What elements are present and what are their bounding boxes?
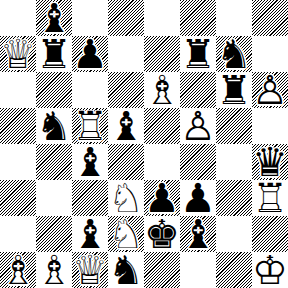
piece-halo: ♚ <box>144 216 180 252</box>
square-g2[interactable] <box>216 216 252 252</box>
square-a6[interactable] <box>0 72 36 108</box>
square-d7[interactable] <box>108 36 144 72</box>
white-rook-icon: ♖ <box>72 108 108 144</box>
square-h4[interactable]: ♛♛ <box>252 144 288 180</box>
square-e5[interactable] <box>144 108 180 144</box>
square-e2[interactable]: ♚♚ <box>144 216 180 252</box>
black-bishop-icon: ♝ <box>72 144 108 180</box>
white-bishop-icon: ♗ <box>0 252 36 288</box>
square-h2[interactable] <box>252 216 288 252</box>
piece-halo: ♟ <box>180 180 216 216</box>
square-g4[interactable] <box>216 144 252 180</box>
white-king-icon: ♔ <box>252 252 288 288</box>
square-b6[interactable] <box>36 72 72 108</box>
black-bishop-icon: ♝ <box>36 0 72 36</box>
square-b7[interactable]: ♜♜ <box>36 36 72 72</box>
square-g7[interactable]: ♞♞ <box>216 36 252 72</box>
piece-halo: ♝ <box>36 0 72 36</box>
square-f6[interactable] <box>180 72 216 108</box>
white-bishop-icon: ♗ <box>144 72 180 108</box>
black-bishop-icon: ♝ <box>180 216 216 252</box>
square-h3[interactable]: ♜♖ <box>252 180 288 216</box>
square-c6[interactable] <box>72 72 108 108</box>
white-pawn-icon: ♙ <box>252 72 288 108</box>
white-knight-icon: ♘ <box>108 180 144 216</box>
piece-halo: ♛ <box>0 36 36 72</box>
square-d8[interactable] <box>108 0 144 36</box>
black-pawn-icon: ♟ <box>180 180 216 216</box>
piece-halo: ♞ <box>36 108 72 144</box>
square-e8[interactable] <box>144 0 180 36</box>
square-c2[interactable]: ♝♝ <box>72 216 108 252</box>
square-a4[interactable] <box>0 144 36 180</box>
square-h8[interactable] <box>252 0 288 36</box>
piece-halo: ♛ <box>252 144 288 180</box>
square-e3[interactable]: ♟♟ <box>144 180 180 216</box>
square-f5[interactable]: ♟♙ <box>180 108 216 144</box>
square-g8[interactable] <box>216 0 252 36</box>
piece-halo: ♝ <box>72 216 108 252</box>
black-pawn-icon: ♟ <box>144 180 180 216</box>
piece-halo: ♝ <box>144 72 180 108</box>
square-f2[interactable]: ♝♝ <box>180 216 216 252</box>
square-b5[interactable]: ♞♞ <box>36 108 72 144</box>
white-knight-icon: ♘ <box>108 216 144 252</box>
piece-halo: ♜ <box>72 108 108 144</box>
piece-halo: ♜ <box>252 180 288 216</box>
black-knight-icon: ♞ <box>36 108 72 144</box>
square-e7[interactable] <box>144 36 180 72</box>
square-a8[interactable] <box>0 0 36 36</box>
square-d3[interactable]: ♞♘ <box>108 180 144 216</box>
piece-halo: ♟ <box>144 180 180 216</box>
square-e6[interactable]: ♝♗ <box>144 72 180 108</box>
black-knight-icon: ♞ <box>216 36 252 72</box>
piece-halo: ♟ <box>252 72 288 108</box>
square-g3[interactable] <box>216 180 252 216</box>
square-a7[interactable]: ♛♕ <box>0 36 36 72</box>
piece-halo: ♞ <box>108 216 144 252</box>
square-d4[interactable] <box>108 144 144 180</box>
white-pawn-icon: ♙ <box>180 108 216 144</box>
square-b2[interactable] <box>36 216 72 252</box>
square-c4[interactable]: ♝♝ <box>72 144 108 180</box>
square-h6[interactable]: ♟♙ <box>252 72 288 108</box>
piece-halo: ♜ <box>216 72 252 108</box>
square-b4[interactable] <box>36 144 72 180</box>
square-h5[interactable] <box>252 108 288 144</box>
square-a1[interactable]: ♝♗ <box>0 252 36 288</box>
square-c1[interactable]: ♛♕ <box>72 252 108 288</box>
piece-halo: ♛ <box>72 252 108 288</box>
white-queen-icon: ♕ <box>72 252 108 288</box>
square-b3[interactable] <box>36 180 72 216</box>
piece-halo: ♜ <box>180 36 216 72</box>
square-d5[interactable]: ♝♝ <box>108 108 144 144</box>
square-f1[interactable] <box>180 252 216 288</box>
black-rook-icon: ♜ <box>36 36 72 72</box>
piece-halo: ♟ <box>72 36 108 72</box>
white-queen-icon: ♕ <box>0 36 36 72</box>
square-g5[interactable] <box>216 108 252 144</box>
black-queen-icon: ♛ <box>252 144 288 180</box>
square-c5[interactable]: ♜♖ <box>72 108 108 144</box>
square-f3[interactable]: ♟♟ <box>180 180 216 216</box>
square-f7[interactable]: ♜♜ <box>180 36 216 72</box>
square-a3[interactable] <box>0 180 36 216</box>
square-c3[interactable] <box>72 180 108 216</box>
white-bishop-icon: ♗ <box>36 252 72 288</box>
square-f8[interactable] <box>180 0 216 36</box>
square-f4[interactable] <box>180 144 216 180</box>
black-rook-icon: ♜ <box>216 72 252 108</box>
square-b8[interactable]: ♝♝ <box>36 0 72 36</box>
square-e1[interactable] <box>144 252 180 288</box>
piece-halo: ♞ <box>108 180 144 216</box>
square-d2[interactable]: ♞♘ <box>108 216 144 252</box>
square-h7[interactable] <box>252 36 288 72</box>
piece-halo: ♝ <box>0 252 36 288</box>
black-bishop-icon: ♝ <box>72 216 108 252</box>
piece-halo: ♚ <box>252 252 288 288</box>
square-c7[interactable]: ♟♟ <box>72 36 108 72</box>
piece-halo: ♝ <box>108 108 144 144</box>
black-pawn-icon: ♟ <box>72 36 108 72</box>
black-rook-icon: ♜ <box>180 36 216 72</box>
piece-halo: ♝ <box>180 216 216 252</box>
piece-halo: ♝ <box>72 144 108 180</box>
square-g6[interactable]: ♜♜ <box>216 72 252 108</box>
piece-halo: ♜ <box>36 36 72 72</box>
black-king-icon: ♚ <box>144 216 180 252</box>
square-b1[interactable]: ♝♗ <box>36 252 72 288</box>
square-h1[interactable]: ♚♔ <box>252 252 288 288</box>
square-a5[interactable] <box>0 108 36 144</box>
square-a2[interactable] <box>0 216 36 252</box>
square-d6[interactable] <box>108 72 144 108</box>
square-d1[interactable]: ♞♞ <box>108 252 144 288</box>
piece-halo: ♝ <box>36 252 72 288</box>
square-c8[interactable] <box>72 0 108 36</box>
black-bishop-icon: ♝ <box>108 108 144 144</box>
piece-halo: ♟ <box>180 108 216 144</box>
piece-halo: ♞ <box>108 252 144 288</box>
white-rook-icon: ♖ <box>252 180 288 216</box>
square-e4[interactable] <box>144 144 180 180</box>
chess-board: ♝♝♛♕♜♜♟♟♜♜♞♞♝♗♜♜♟♙♞♞♜♖♝♝♟♙♝♝♛♛♞♘♟♟♟♟♜♖♝♝… <box>0 0 288 288</box>
square-g1[interactable] <box>216 252 252 288</box>
piece-halo: ♞ <box>216 36 252 72</box>
black-knight-icon: ♞ <box>108 252 144 288</box>
